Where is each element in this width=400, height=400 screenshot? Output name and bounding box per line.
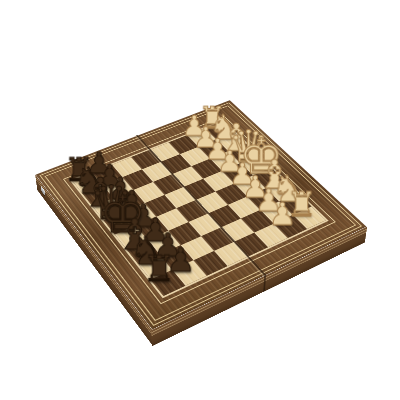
rim-fold-seam [263, 275, 266, 292]
piece-black-rook[interactable]: ♜ [143, 250, 176, 286]
chess-board: ♜♞♝♛♚♝♞♜♟♟♟♟♟♟♟♟♟♟♟♟♟♟♟♟♜♞♝♛♚♝♞♜ [35, 100, 366, 329]
clasp [41, 185, 46, 196]
product-photo-canvas: ♜♞♝♛♚♝♞♜♟♟♟♟♟♟♟♟♟♟♟♟♟♟♟♟♜♞♝♛♚♝♞♜ [0, 0, 400, 400]
square-e4[interactable] [196, 192, 228, 214]
piece-white-pawn[interactable]: ♟ [268, 199, 296, 230]
scene: ♜♞♝♛♚♝♞♜♟♟♟♟♟♟♟♟♟♟♟♟♟♟♟♟♜♞♝♛♚♝♞♜ [0, 0, 400, 400]
